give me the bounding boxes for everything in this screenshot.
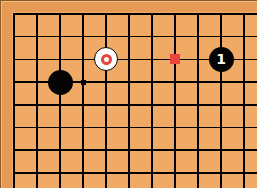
grid-line-vertical: [174, 13, 176, 188]
grid-line-vertical: [197, 13, 199, 188]
grid-line-horizontal: [13, 36, 257, 38]
grid-line-vertical: [220, 13, 222, 188]
grid-line-vertical: [243, 13, 245, 188]
black-stone: 1: [209, 47, 234, 72]
stone-move-number: 1: [216, 52, 226, 66]
grid-line-vertical: [151, 13, 153, 188]
grid-line-horizontal: [13, 127, 257, 129]
grid-line-horizontal: [13, 104, 257, 106]
grid-line-vertical: [82, 13, 84, 188]
grid-line-horizontal: [13, 13, 257, 15]
red-circle-marker: [101, 54, 112, 65]
hoshi-dot: [81, 80, 86, 85]
black-stone: [48, 70, 73, 95]
grid-line-vertical: [128, 13, 130, 188]
red-square-marker: [170, 54, 180, 64]
grid-line-horizontal: [13, 149, 257, 151]
grid-line-horizontal: [13, 172, 257, 174]
go-board-diagram: 1: [0, 0, 257, 188]
grid-line-vertical: [36, 13, 38, 188]
grid-line-vertical: [59, 13, 61, 188]
grid-line-vertical: [13, 13, 15, 188]
grid-line-vertical: [105, 13, 107, 188]
